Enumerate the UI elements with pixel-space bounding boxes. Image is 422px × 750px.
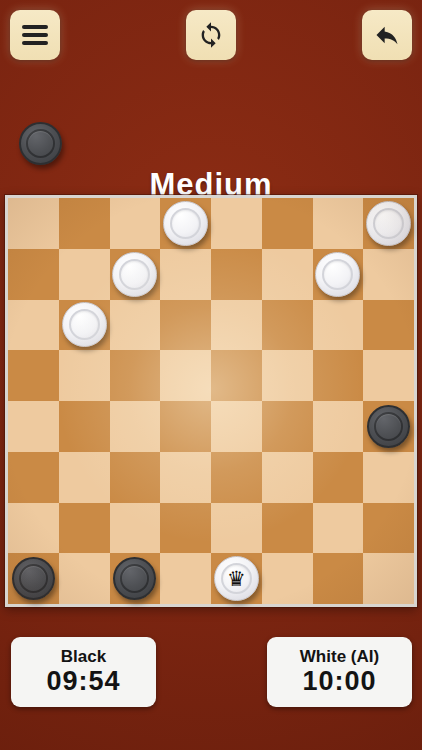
- board-square[interactable]: [59, 401, 110, 452]
- hamburger-menu-icon: [22, 25, 48, 45]
- white-clock: White (AI) 10:00: [267, 637, 412, 707]
- undo-button[interactable]: [362, 10, 412, 60]
- board-square[interactable]: [59, 300, 110, 351]
- white-man-piece[interactable]: [163, 201, 208, 246]
- board-square[interactable]: [160, 198, 211, 249]
- turn-indicator-black-piece: [19, 122, 62, 165]
- white-clock-label: White (AI): [300, 647, 379, 667]
- board-square[interactable]: [363, 401, 414, 452]
- board-square[interactable]: [59, 503, 110, 554]
- board-square[interactable]: [262, 503, 313, 554]
- board-square[interactable]: [110, 503, 161, 554]
- board-square[interactable]: [8, 300, 59, 351]
- white-man-piece[interactable]: [62, 302, 107, 347]
- board-square[interactable]: [8, 553, 59, 604]
- board-square[interactable]: [211, 300, 262, 351]
- white-king-piece[interactable]: ♛: [214, 556, 259, 601]
- board-square[interactable]: [110, 249, 161, 300]
- black-man-piece[interactable]: [367, 405, 410, 448]
- board-square[interactable]: [59, 198, 110, 249]
- board-square[interactable]: [262, 401, 313, 452]
- board-square[interactable]: [363, 350, 414, 401]
- board-square[interactable]: [160, 452, 211, 503]
- board-square[interactable]: [160, 401, 211, 452]
- restart-button[interactable]: [186, 10, 236, 60]
- white-clock-time: 10:00: [302, 667, 376, 697]
- board-square[interactable]: [313, 350, 364, 401]
- board-square[interactable]: [363, 300, 414, 351]
- board-square[interactable]: [262, 452, 313, 503]
- board-square[interactable]: [59, 553, 110, 604]
- board-square[interactable]: [313, 198, 364, 249]
- board-square[interactable]: [8, 503, 59, 554]
- board-square[interactable]: [59, 350, 110, 401]
- black-clock: Black 09:54: [11, 637, 156, 707]
- king-crown-icon: ♛: [215, 557, 258, 600]
- board-square[interactable]: [59, 452, 110, 503]
- board-square[interactable]: [313, 503, 364, 554]
- title-row: Medium: [0, 116, 422, 172]
- board-grid: ♛: [8, 198, 414, 604]
- board-square[interactable]: [8, 401, 59, 452]
- board-square[interactable]: [160, 553, 211, 604]
- board-square[interactable]: [160, 350, 211, 401]
- undo-arrow-icon: [373, 21, 401, 49]
- white-man-piece[interactable]: [315, 252, 360, 297]
- black-clock-time: 09:54: [46, 667, 120, 697]
- board-square[interactable]: [211, 198, 262, 249]
- board-square[interactable]: [211, 350, 262, 401]
- board-square[interactable]: [211, 452, 262, 503]
- board-square[interactable]: [363, 553, 414, 604]
- white-man-piece[interactable]: [366, 201, 411, 246]
- board-square[interactable]: [211, 503, 262, 554]
- board-square[interactable]: [313, 452, 364, 503]
- board-square[interactable]: [160, 249, 211, 300]
- board-square[interactable]: [211, 249, 262, 300]
- board-square[interactable]: [110, 553, 161, 604]
- board-square[interactable]: [8, 350, 59, 401]
- board-square[interactable]: [262, 249, 313, 300]
- black-clock-label: Black: [61, 647, 106, 667]
- board-square[interactable]: [110, 300, 161, 351]
- board-square[interactable]: [363, 452, 414, 503]
- board-square[interactable]: [262, 300, 313, 351]
- menu-button[interactable]: [10, 10, 60, 60]
- board-square[interactable]: [110, 350, 161, 401]
- board-square[interactable]: [313, 553, 364, 604]
- board-square[interactable]: [313, 249, 364, 300]
- black-man-piece[interactable]: [12, 557, 55, 600]
- board-square[interactable]: [363, 198, 414, 249]
- board-square[interactable]: [363, 249, 414, 300]
- board-square[interactable]: [211, 401, 262, 452]
- board-square[interactable]: [110, 198, 161, 249]
- board-square[interactable]: [8, 249, 59, 300]
- board-square[interactable]: [313, 300, 364, 351]
- checkers-board: ♛: [5, 195, 417, 607]
- board-square[interactable]: [262, 350, 313, 401]
- refresh-icon: [197, 21, 225, 49]
- board-square[interactable]: [8, 198, 59, 249]
- board-square[interactable]: [110, 452, 161, 503]
- board-square[interactable]: [110, 401, 161, 452]
- board-square[interactable]: ♛: [211, 553, 262, 604]
- board-square[interactable]: [262, 553, 313, 604]
- black-man-piece[interactable]: [113, 557, 156, 600]
- board-square[interactable]: [160, 503, 211, 554]
- board-square[interactable]: [59, 249, 110, 300]
- top-toolbar: [10, 10, 412, 60]
- board-square[interactable]: [363, 503, 414, 554]
- clock-panel: Black 09:54 White (AI) 10:00: [11, 637, 412, 707]
- board-square[interactable]: [160, 300, 211, 351]
- white-man-piece[interactable]: [112, 252, 157, 297]
- board-square[interactable]: [262, 198, 313, 249]
- board-square[interactable]: [8, 452, 59, 503]
- board-square[interactable]: [313, 401, 364, 452]
